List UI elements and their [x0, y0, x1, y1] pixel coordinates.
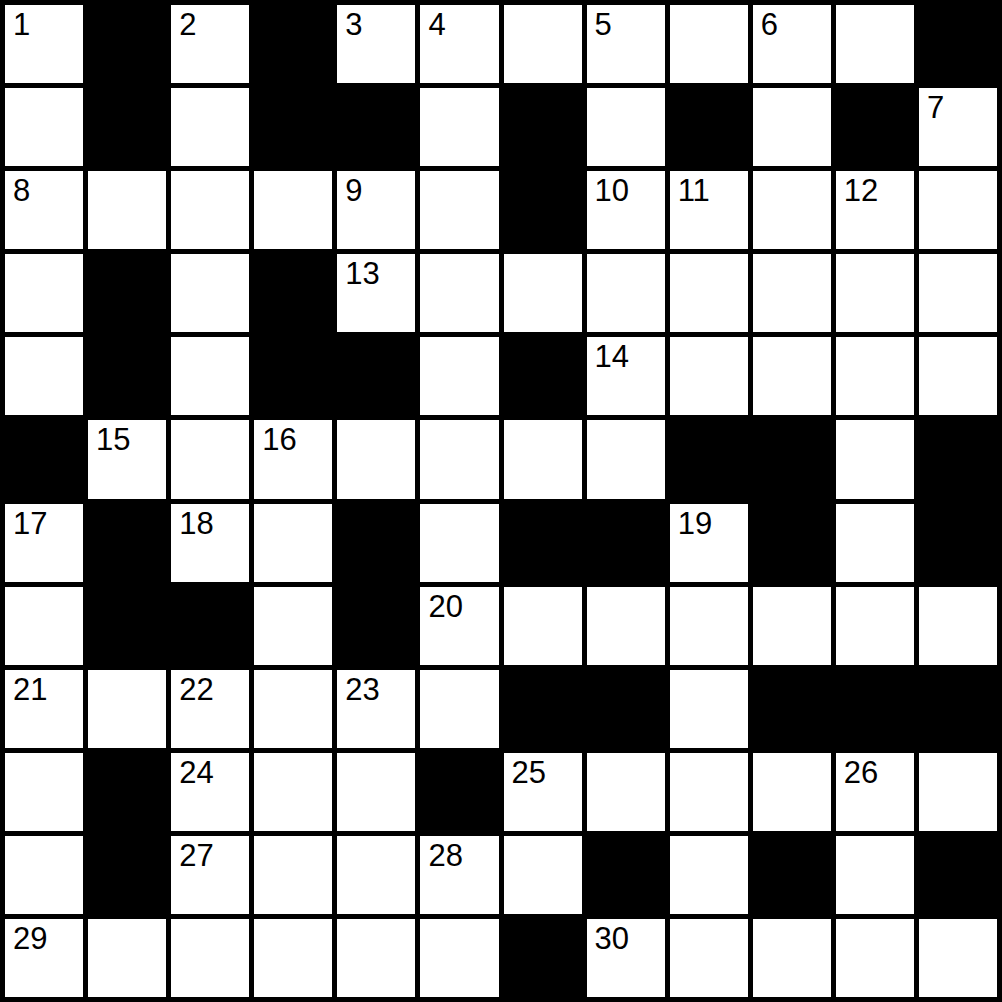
- white-cell-r7c9[interactable]: [753, 587, 831, 665]
- white-cell-r10c0[interactable]: [5, 836, 83, 914]
- black-cell-r5c9: [753, 420, 831, 498]
- black-cell-r1c1: [88, 88, 166, 166]
- clue-number-15: 15: [96, 422, 130, 458]
- white-cell-r4c0[interactable]: [5, 337, 83, 415]
- white-cell-r9c6[interactable]: 25: [504, 753, 582, 831]
- white-cell-r8c8[interactable]: [670, 670, 748, 748]
- white-cell-r3c8[interactable]: [670, 254, 748, 332]
- white-cell-r0c8[interactable]: [670, 5, 748, 83]
- clue-number-12: 12: [844, 173, 878, 209]
- white-cell-r6c0[interactable]: 17: [5, 504, 83, 582]
- black-cell-r0c11: [919, 5, 997, 83]
- clue-number-11: 11: [678, 173, 710, 209]
- black-cell-r4c4: [337, 337, 415, 415]
- white-cell-r6c3[interactable]: [254, 504, 332, 582]
- black-cell-r6c1: [88, 504, 166, 582]
- white-cell-r2c0[interactable]: 8: [5, 171, 83, 249]
- white-cell-r9c7[interactable]: [587, 753, 665, 831]
- white-cell-r11c1[interactable]: [88, 919, 166, 997]
- clue-number-30: 30: [595, 921, 629, 957]
- black-cell-r2c6: [504, 171, 582, 249]
- white-cell-r7c6[interactable]: [504, 587, 582, 665]
- white-cell-r2c7[interactable]: 10: [587, 171, 665, 249]
- white-cell-r9c3[interactable]: [254, 753, 332, 831]
- white-cell-r1c7[interactable]: [587, 88, 665, 166]
- white-cell-r4c7[interactable]: 14: [587, 337, 665, 415]
- clue-number-27: 27: [179, 838, 213, 874]
- white-cell-r7c8[interactable]: [670, 587, 748, 665]
- black-cell-r10c7: [587, 836, 665, 914]
- clue-number-24: 24: [179, 755, 213, 791]
- black-cell-r6c4: [337, 504, 415, 582]
- black-cell-r4c3: [254, 337, 332, 415]
- white-cell-r7c3[interactable]: [254, 587, 332, 665]
- clue-number-19: 19: [678, 506, 712, 542]
- white-cell-r2c4[interactable]: 9: [337, 171, 415, 249]
- white-cell-r2c5[interactable]: [420, 171, 498, 249]
- black-cell-r3c1: [88, 254, 166, 332]
- white-cell-r0c9[interactable]: 6: [753, 5, 831, 83]
- black-cell-r8c7: [587, 670, 665, 748]
- white-cell-r4c8[interactable]: [670, 337, 748, 415]
- black-cell-r1c4: [337, 88, 415, 166]
- clue-number-23: 23: [345, 672, 379, 708]
- white-cell-r11c4[interactable]: [337, 919, 415, 997]
- white-cell-r0c10[interactable]: [836, 5, 914, 83]
- white-cell-r3c9[interactable]: [753, 254, 831, 332]
- black-cell-r5c11: [919, 420, 997, 498]
- clue-number-22: 22: [179, 672, 213, 708]
- white-cell-r11c2[interactable]: [171, 919, 249, 997]
- white-cell-r9c8[interactable]: [670, 753, 748, 831]
- white-cell-r3c11[interactable]: [919, 254, 997, 332]
- crossword-grid: 1234567891011121314151617181920212223242…: [0, 0, 1002, 1002]
- white-cell-r7c10[interactable]: [836, 587, 914, 665]
- black-cell-r0c3: [254, 5, 332, 83]
- white-cell-r8c5[interactable]: [420, 670, 498, 748]
- white-cell-r10c2[interactable]: 27: [171, 836, 249, 914]
- white-cell-r3c2[interactable]: [171, 254, 249, 332]
- white-cell-r8c1[interactable]: [88, 670, 166, 748]
- black-cell-r10c9: [753, 836, 831, 914]
- white-cell-r9c2[interactable]: 24: [171, 753, 249, 831]
- white-cell-r4c10[interactable]: [836, 337, 914, 415]
- clue-number-3: 3: [345, 7, 362, 43]
- white-cell-r5c7[interactable]: [587, 420, 665, 498]
- white-cell-r10c6[interactable]: [504, 836, 582, 914]
- white-cell-r4c9[interactable]: [753, 337, 831, 415]
- white-cell-r8c3[interactable]: [254, 670, 332, 748]
- white-cell-r9c10[interactable]: 26: [836, 753, 914, 831]
- white-cell-r10c10[interactable]: [836, 836, 914, 914]
- white-cell-r2c8[interactable]: 11: [670, 171, 748, 249]
- clue-number-6: 6: [761, 7, 778, 43]
- black-cell-r1c3: [254, 88, 332, 166]
- white-cell-r11c0[interactable]: 29: [5, 919, 83, 997]
- white-cell-r2c1[interactable]: [88, 171, 166, 249]
- white-cell-r3c5[interactable]: [420, 254, 498, 332]
- white-cell-r11c5[interactable]: [420, 919, 498, 997]
- black-cell-r6c9: [753, 504, 831, 582]
- white-cell-r6c8[interactable]: 19: [670, 504, 748, 582]
- white-cell-r0c2[interactable]: 2: [171, 5, 249, 83]
- white-cell-r9c9[interactable]: [753, 753, 831, 831]
- clue-number-7: 7: [927, 90, 944, 126]
- white-cell-r1c11[interactable]: 7: [919, 88, 997, 166]
- black-cell-r5c0: [5, 420, 83, 498]
- white-cell-r2c9[interactable]: [753, 171, 831, 249]
- white-cell-r6c10[interactable]: [836, 504, 914, 582]
- black-cell-r11c6: [504, 919, 582, 997]
- clue-number-29: 29: [13, 921, 47, 957]
- clue-number-8: 8: [13, 173, 30, 209]
- black-cell-r5c8: [670, 420, 748, 498]
- white-cell-r5c1[interactable]: 15: [88, 420, 166, 498]
- black-cell-r10c1: [88, 836, 166, 914]
- black-cell-r7c4: [337, 587, 415, 665]
- black-cell-r8c10: [836, 670, 914, 748]
- white-cell-r1c9[interactable]: [753, 88, 831, 166]
- black-cell-r4c6: [504, 337, 582, 415]
- white-cell-r2c11[interactable]: [919, 171, 997, 249]
- white-cell-r7c0[interactable]: [5, 587, 83, 665]
- white-cell-r5c5[interactable]: [420, 420, 498, 498]
- white-cell-r8c0[interactable]: 21: [5, 670, 83, 748]
- white-cell-r5c6[interactable]: [504, 420, 582, 498]
- white-cell-r3c6[interactable]: [504, 254, 582, 332]
- clue-number-9: 9: [345, 173, 362, 209]
- white-cell-r2c10[interactable]: 12: [836, 171, 914, 249]
- white-cell-r10c4[interactable]: [337, 836, 415, 914]
- white-cell-r11c7[interactable]: 30: [587, 919, 665, 997]
- black-cell-r7c1: [88, 587, 166, 665]
- white-cell-r11c9[interactable]: [753, 919, 831, 997]
- clue-number-20: 20: [428, 589, 462, 625]
- white-cell-r3c10[interactable]: [836, 254, 914, 332]
- white-cell-r3c4[interactable]: 13: [337, 254, 415, 332]
- clue-number-10: 10: [595, 173, 629, 209]
- clue-number-25: 25: [512, 755, 546, 791]
- clue-number-18: 18: [179, 506, 213, 542]
- white-cell-r9c4[interactable]: [337, 753, 415, 831]
- clue-number-14: 14: [595, 339, 629, 375]
- white-cell-r10c5[interactable]: 28: [420, 836, 498, 914]
- black-cell-r10c11: [919, 836, 997, 914]
- black-cell-r8c11: [919, 670, 997, 748]
- black-cell-r3c3: [254, 254, 332, 332]
- clue-number-28: 28: [428, 838, 462, 874]
- white-cell-r11c3[interactable]: [254, 919, 332, 997]
- white-cell-r6c5[interactable]: [420, 504, 498, 582]
- black-cell-r0c1: [88, 5, 166, 83]
- white-cell-r4c11[interactable]: [919, 337, 997, 415]
- clue-number-4: 4: [428, 7, 445, 43]
- black-cell-r1c6: [504, 88, 582, 166]
- white-cell-r1c0[interactable]: [5, 88, 83, 166]
- clue-number-13: 13: [345, 256, 379, 292]
- clue-number-16: 16: [262, 422, 296, 458]
- black-cell-r7c2: [171, 587, 249, 665]
- white-cell-r6c2[interactable]: 18: [171, 504, 249, 582]
- white-cell-r0c4[interactable]: 3: [337, 5, 415, 83]
- white-cell-r7c5[interactable]: 20: [420, 587, 498, 665]
- white-cell-r0c0[interactable]: 1: [5, 5, 83, 83]
- white-cell-r0c6[interactable]: [504, 5, 582, 83]
- white-cell-r11c8[interactable]: [670, 919, 748, 997]
- black-cell-r6c6: [504, 504, 582, 582]
- black-cell-r9c5: [420, 753, 498, 831]
- white-cell-r2c2[interactable]: [171, 171, 249, 249]
- white-cell-r5c4[interactable]: [337, 420, 415, 498]
- black-cell-r1c8: [670, 88, 748, 166]
- black-cell-r1c10: [836, 88, 914, 166]
- white-cell-r0c7[interactable]: 5: [587, 5, 665, 83]
- clue-number-2: 2: [179, 7, 196, 43]
- white-cell-r7c7[interactable]: [587, 587, 665, 665]
- white-cell-r3c7[interactable]: [587, 254, 665, 332]
- white-cell-r0c5[interactable]: 4: [420, 5, 498, 83]
- black-cell-r6c7: [587, 504, 665, 582]
- white-cell-r7c11[interactable]: [919, 587, 997, 665]
- black-cell-r9c1: [88, 753, 166, 831]
- clue-number-17: 17: [13, 506, 47, 542]
- black-cell-r6c11: [919, 504, 997, 582]
- black-cell-r4c1: [88, 337, 166, 415]
- white-cell-r11c10[interactable]: [836, 919, 914, 997]
- white-cell-r2c3[interactable]: [254, 171, 332, 249]
- clue-number-21: 21: [13, 672, 47, 708]
- clue-number-5: 5: [595, 7, 612, 43]
- white-cell-r5c2[interactable]: [171, 420, 249, 498]
- white-cell-r11c11[interactable]: [919, 919, 997, 997]
- clue-number-26: 26: [844, 755, 878, 791]
- black-cell-r8c9: [753, 670, 831, 748]
- white-cell-r4c5[interactable]: [420, 337, 498, 415]
- white-cell-r4c2[interactable]: [171, 337, 249, 415]
- white-cell-r8c4[interactable]: 23: [337, 670, 415, 748]
- white-cell-r3c0[interactable]: [5, 254, 83, 332]
- white-cell-r9c11[interactable]: [919, 753, 997, 831]
- white-cell-r10c3[interactable]: [254, 836, 332, 914]
- white-cell-r1c2[interactable]: [171, 88, 249, 166]
- white-cell-r10c8[interactable]: [670, 836, 748, 914]
- white-cell-r9c0[interactable]: [5, 753, 83, 831]
- black-cell-r8c6: [504, 670, 582, 748]
- white-cell-r5c3[interactable]: 16: [254, 420, 332, 498]
- clue-number-1: 1: [13, 7, 30, 43]
- white-cell-r5c10[interactable]: [836, 420, 914, 498]
- white-cell-r8c2[interactable]: 22: [171, 670, 249, 748]
- white-cell-r1c5[interactable]: [420, 88, 498, 166]
